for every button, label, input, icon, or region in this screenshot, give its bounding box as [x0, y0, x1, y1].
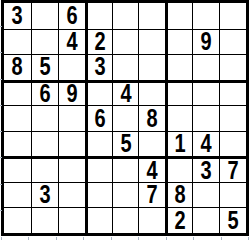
cell-digit: 8	[147, 106, 158, 131]
sudoku-cell-r7c6[interactable]: 4	[138, 156, 165, 182]
sudoku-cell-r6c6[interactable]	[138, 131, 165, 157]
sudoku-cell-r9c8[interactable]	[192, 207, 219, 233]
cell-digit: 6	[39, 81, 50, 105]
sudoku-cell-r7c9[interactable]: 7	[219, 156, 246, 182]
sudoku-cell-r2c8[interactable]: 9	[192, 29, 219, 55]
cell-digit: 9	[66, 81, 77, 105]
sudoku-cell-r6c4[interactable]	[85, 131, 112, 157]
sudoku-cell-r5c6[interactable]: 8	[138, 105, 165, 131]
edge-gridline-tick	[0, 52, 2, 53]
sudoku-cell-r9c9[interactable]: 5	[219, 207, 246, 233]
sudoku-cell-r3c8[interactable]	[192, 54, 219, 80]
sudoku-cell-r1c9[interactable]	[219, 3, 246, 29]
sudoku-cell-r4c5[interactable]: 4	[112, 80, 139, 106]
cell-digit: 5	[120, 131, 131, 156]
cell-digit: 9	[201, 29, 212, 54]
sudoku-cell-r7c3[interactable]	[58, 156, 85, 182]
sudoku-cell-r5c1[interactable]	[4, 105, 31, 131]
sudoku-cell-r2c6[interactable]	[138, 29, 165, 55]
sudoku-cell-r1c3[interactable]: 6	[58, 3, 85, 29]
sudoku-cell-r9c5[interactable]	[112, 207, 139, 233]
sudoku-cell-r6c2[interactable]	[31, 131, 58, 157]
sudoku-cell-r3c4[interactable]: 3	[85, 54, 112, 80]
cell-digit: 6	[66, 3, 77, 29]
sudoku-cell-r8c1[interactable]	[4, 182, 31, 208]
sudoku-cell-r8c6[interactable]: 7	[138, 182, 165, 208]
sudoku-cell-r5c8[interactable]	[192, 105, 219, 131]
cell-digit: 1	[175, 131, 186, 156]
sudoku-cell-r3c1[interactable]: 8	[4, 54, 31, 80]
sudoku-cell-r8c9[interactable]	[219, 182, 246, 208]
edge-gridline-tick	[0, 157, 2, 158]
sudoku-cell-r3c9[interactable]	[219, 54, 246, 80]
sudoku-cell-r4c4[interactable]	[85, 80, 112, 106]
cell-digit: 2	[175, 208, 186, 233]
sudoku-cell-r7c8[interactable]: 3	[192, 156, 219, 182]
sudoku-cell-r9c4[interactable]	[85, 207, 112, 233]
sudoku-cell-r9c1[interactable]	[4, 207, 31, 233]
edge-gridline-tick	[0, 79, 2, 80]
cell-digit: 8	[12, 54, 23, 79]
sudoku-board: 364298536946851443737825	[1, 0, 249, 236]
sudoku-cell-r6c1[interactable]	[4, 131, 31, 157]
sudoku-cell-r8c8[interactable]	[192, 182, 219, 208]
cell-digit: 5	[39, 54, 50, 79]
sudoku-cell-r2c4[interactable]: 2	[85, 29, 112, 55]
cell-digit: 8	[175, 182, 186, 207]
sudoku-cell-r5c5[interactable]	[112, 105, 139, 131]
cell-digit: 4	[120, 81, 131, 105]
sudoku-cell-r1c6[interactable]	[138, 3, 165, 29]
sudoku-cell-r1c5[interactable]	[112, 3, 139, 29]
sudoku-cell-r9c6[interactable]	[138, 207, 165, 233]
sudoku-cell-r2c2[interactable]	[31, 29, 58, 55]
sudoku-cell-r4c9[interactable]	[219, 80, 246, 106]
sudoku-cell-r9c2[interactable]	[31, 207, 58, 233]
sudoku-cell-r2c5[interactable]	[112, 29, 139, 55]
edge-gridline-tick	[0, 131, 2, 132]
sudoku-cell-r4c3[interactable]: 9	[58, 80, 85, 106]
sudoku-cell-r1c1[interactable]: 3	[4, 3, 31, 29]
sudoku-cell-r4c6[interactable]	[138, 80, 165, 106]
cell-digit: 6	[94, 106, 105, 131]
cell-digit: 3	[201, 158, 212, 182]
edge-gridline-tick	[0, 210, 2, 211]
cell-digit: 4	[201, 131, 212, 156]
sudoku-cell-r1c4[interactable]	[85, 3, 112, 29]
sudoku-cell-r4c7[interactable]	[165, 80, 192, 106]
sudoku-cell-r4c1[interactable]	[4, 80, 31, 106]
sudoku-cell-r2c9[interactable]	[219, 29, 246, 55]
cell-digit: 3	[39, 182, 50, 207]
sudoku-cell-r1c8[interactable]	[192, 3, 219, 29]
sudoku-cell-r6c8[interactable]: 4	[192, 131, 219, 157]
sudoku-cell-r1c7[interactable]	[165, 3, 192, 29]
cell-digit: 4	[147, 158, 158, 182]
edge-gridline-tick	[0, 184, 2, 185]
edge-gridline-tick	[0, 105, 2, 106]
sudoku-cell-r6c5[interactable]: 5	[112, 131, 139, 157]
sudoku-cell-r3c2[interactable]: 5	[31, 54, 58, 80]
sudoku-cell-r3c6[interactable]	[138, 54, 165, 80]
cell-digit: 2	[94, 29, 105, 54]
sudoku-cell-r1c2[interactable]	[31, 3, 58, 29]
sudoku-cell-r4c2[interactable]: 6	[31, 80, 58, 106]
sudoku-cell-r8c3[interactable]	[58, 182, 85, 208]
sudoku-cell-r7c4[interactable]	[85, 156, 112, 182]
sudoku-cell-r5c4[interactable]: 6	[85, 105, 112, 131]
cell-digit: 3	[12, 3, 23, 29]
sudoku-cell-r5c7[interactable]	[165, 105, 192, 131]
sudoku-cell-r2c1[interactable]	[4, 29, 31, 55]
sudoku-cell-r5c3[interactable]	[58, 105, 85, 131]
sudoku-cell-r8c7[interactable]: 8	[165, 182, 192, 208]
sudoku-cell-r5c2[interactable]	[31, 105, 58, 131]
sudoku-cell-r2c7[interactable]	[165, 29, 192, 55]
sudoku-cell-r7c2[interactable]	[31, 156, 58, 182]
sudoku-cell-r8c2[interactable]: 3	[31, 182, 58, 208]
edge-gridline-tick	[0, 26, 2, 27]
sudoku-cell-r2c3[interactable]: 4	[58, 29, 85, 55]
sudoku-cell-r7c5[interactable]	[112, 156, 139, 182]
sudoku-cell-r9c3[interactable]	[58, 207, 85, 233]
sudoku-cell-r5c9[interactable]	[219, 105, 246, 131]
sudoku-cell-r6c7[interactable]: 1	[165, 131, 192, 157]
sudoku-cell-r4c8[interactable]	[192, 80, 219, 106]
sudoku-cell-r8c4[interactable]	[85, 182, 112, 208]
cell-digit: 7	[227, 158, 238, 182]
sudoku-cell-r3c3[interactable]	[58, 54, 85, 80]
sudoku-cell-r8c5[interactable]	[112, 182, 139, 208]
sudoku-cell-r6c9[interactable]	[219, 131, 246, 157]
cell-digit: 4	[66, 29, 77, 54]
sudoku-cell-r7c7[interactable]	[165, 156, 192, 182]
cell-digit: 7	[147, 182, 158, 207]
sudoku-cell-r7c1[interactable]	[4, 156, 31, 182]
sudoku-cell-r6c3[interactable]	[58, 131, 85, 157]
cell-digit: 5	[227, 208, 238, 233]
sudoku-cell-r3c5[interactable]	[112, 54, 139, 80]
sudoku-cell-r3c7[interactable]	[165, 54, 192, 80]
cell-digit: 3	[94, 54, 105, 79]
sudoku-cell-r9c7[interactable]: 2	[165, 207, 192, 233]
